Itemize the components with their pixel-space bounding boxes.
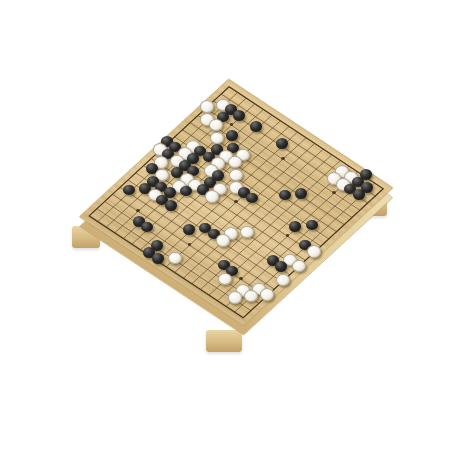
white-stone xyxy=(200,100,214,113)
white-stone xyxy=(228,291,242,304)
white-stone xyxy=(292,260,306,273)
white-stone xyxy=(168,252,182,265)
black-stone xyxy=(152,253,164,264)
black-stone xyxy=(289,221,301,232)
white-stone xyxy=(307,245,321,258)
white-stone xyxy=(216,234,230,247)
black-stone xyxy=(165,200,177,211)
black-stone xyxy=(123,185,135,196)
white-stone xyxy=(229,169,243,182)
white-stone xyxy=(228,156,242,169)
star-point xyxy=(136,209,140,212)
board-foot-bottom xyxy=(206,330,242,352)
black-stone xyxy=(276,138,288,149)
star-point xyxy=(332,191,336,194)
star-point xyxy=(230,123,234,126)
product-photo xyxy=(0,0,458,458)
black-stone xyxy=(226,130,238,141)
black-stone xyxy=(275,261,287,272)
star-point xyxy=(239,277,243,280)
star-point xyxy=(234,200,238,203)
black-stone xyxy=(183,224,195,235)
black-stone xyxy=(353,189,365,200)
black-stone xyxy=(306,220,318,231)
star-point xyxy=(281,157,285,160)
white-stone xyxy=(205,190,219,203)
black-stone xyxy=(233,110,245,121)
white-stone xyxy=(210,132,224,145)
